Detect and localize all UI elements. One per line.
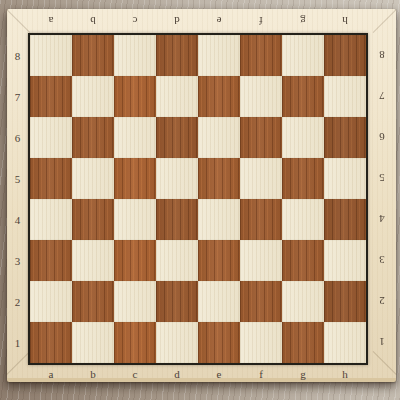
square-b3[interactable] xyxy=(72,240,114,281)
frame-mitre-seam xyxy=(6,351,30,375)
square-d1[interactable] xyxy=(156,322,198,363)
playing-field xyxy=(28,33,368,365)
square-d7[interactable] xyxy=(156,76,198,117)
square-e5[interactable] xyxy=(198,158,240,199)
chess-board: abcdefgh abcdefgh 87654321 87654321 xyxy=(7,9,396,382)
square-g6[interactable] xyxy=(282,117,324,158)
square-g7[interactable] xyxy=(282,76,324,117)
square-e6[interactable] xyxy=(198,117,240,158)
coord-label: 7 xyxy=(368,76,396,117)
coord-label: d xyxy=(156,365,198,382)
square-a3[interactable] xyxy=(30,240,72,281)
square-b4[interactable] xyxy=(72,199,114,240)
square-f6[interactable] xyxy=(240,117,282,158)
square-b8[interactable] xyxy=(72,35,114,76)
coord-label: 6 xyxy=(368,117,396,158)
square-h2[interactable] xyxy=(324,281,366,322)
board-grid xyxy=(30,35,366,363)
rank-labels-right: 87654321 xyxy=(368,35,396,363)
coord-label: a xyxy=(30,365,72,382)
coord-label: 6 xyxy=(7,117,28,158)
square-c5[interactable] xyxy=(114,158,156,199)
file-labels-bottom: abcdefgh xyxy=(30,365,366,382)
square-a1[interactable] xyxy=(30,322,72,363)
square-h4[interactable] xyxy=(324,199,366,240)
square-e1[interactable] xyxy=(198,322,240,363)
square-f2[interactable] xyxy=(240,281,282,322)
coord-label: 4 xyxy=(368,199,396,240)
square-c4[interactable] xyxy=(114,199,156,240)
square-h3[interactable] xyxy=(324,240,366,281)
square-g4[interactable] xyxy=(282,199,324,240)
square-d4[interactable] xyxy=(156,199,198,240)
square-f1[interactable] xyxy=(240,322,282,363)
square-a4[interactable] xyxy=(30,199,72,240)
coord-label: 1 xyxy=(368,322,396,363)
coord-label: d xyxy=(156,9,198,33)
square-a2[interactable] xyxy=(30,281,72,322)
square-e3[interactable] xyxy=(198,240,240,281)
square-a7[interactable] xyxy=(30,76,72,117)
square-b7[interactable] xyxy=(72,76,114,117)
coord-label: a xyxy=(30,9,72,33)
coord-label: 4 xyxy=(7,199,28,240)
square-d5[interactable] xyxy=(156,158,198,199)
coord-label: 3 xyxy=(368,240,396,281)
square-e7[interactable] xyxy=(198,76,240,117)
coord-label: 5 xyxy=(7,158,28,199)
coord-label: h xyxy=(324,9,366,33)
square-c2[interactable] xyxy=(114,281,156,322)
coord-label: 3 xyxy=(7,240,28,281)
square-c1[interactable] xyxy=(114,322,156,363)
square-h1[interactable] xyxy=(324,322,366,363)
square-g8[interactable] xyxy=(282,35,324,76)
frame-mitre-seam xyxy=(6,9,30,33)
rank-labels-left: 87654321 xyxy=(7,35,28,363)
coord-label: 5 xyxy=(368,158,396,199)
square-a6[interactable] xyxy=(30,117,72,158)
square-g3[interactable] xyxy=(282,240,324,281)
square-c7[interactable] xyxy=(114,76,156,117)
square-c3[interactable] xyxy=(114,240,156,281)
square-g2[interactable] xyxy=(282,281,324,322)
coord-label: f xyxy=(240,365,282,382)
table-surface: abcdefgh abcdefgh 87654321 87654321 xyxy=(0,0,400,400)
coord-label: b xyxy=(72,365,114,382)
square-f8[interactable] xyxy=(240,35,282,76)
square-b2[interactable] xyxy=(72,281,114,322)
square-f3[interactable] xyxy=(240,240,282,281)
square-c8[interactable] xyxy=(114,35,156,76)
coord-label: 2 xyxy=(368,281,396,322)
coord-label: 7 xyxy=(7,76,28,117)
square-f7[interactable] xyxy=(240,76,282,117)
square-h8[interactable] xyxy=(324,35,366,76)
coord-label: g xyxy=(282,365,324,382)
square-d8[interactable] xyxy=(156,35,198,76)
square-a5[interactable] xyxy=(30,158,72,199)
square-b5[interactable] xyxy=(72,158,114,199)
square-e2[interactable] xyxy=(198,281,240,322)
square-f5[interactable] xyxy=(240,158,282,199)
square-f4[interactable] xyxy=(240,199,282,240)
square-d6[interactable] xyxy=(156,117,198,158)
square-c6[interactable] xyxy=(114,117,156,158)
coord-label: h xyxy=(324,365,366,382)
coord-label: 8 xyxy=(368,35,396,76)
coord-label: g xyxy=(282,9,324,33)
coord-label: e xyxy=(198,9,240,33)
square-h7[interactable] xyxy=(324,76,366,117)
square-g1[interactable] xyxy=(282,322,324,363)
coord-label: e xyxy=(198,365,240,382)
square-h6[interactable] xyxy=(324,117,366,158)
coord-label: 2 xyxy=(7,281,28,322)
square-a8[interactable] xyxy=(30,35,72,76)
square-e8[interactable] xyxy=(198,35,240,76)
square-g5[interactable] xyxy=(282,158,324,199)
frame-mitre-seam xyxy=(373,351,397,375)
coord-label: b xyxy=(72,9,114,33)
square-b1[interactable] xyxy=(72,322,114,363)
square-d2[interactable] xyxy=(156,281,198,322)
square-d3[interactable] xyxy=(156,240,198,281)
square-h5[interactable] xyxy=(324,158,366,199)
coord-label: f xyxy=(240,9,282,33)
coord-label: 8 xyxy=(7,35,28,76)
frame-mitre-seam xyxy=(373,9,397,33)
coord-label: c xyxy=(114,365,156,382)
coord-label: c xyxy=(114,9,156,33)
square-b6[interactable] xyxy=(72,117,114,158)
square-e4[interactable] xyxy=(198,199,240,240)
file-labels-top: abcdefgh xyxy=(30,9,366,33)
